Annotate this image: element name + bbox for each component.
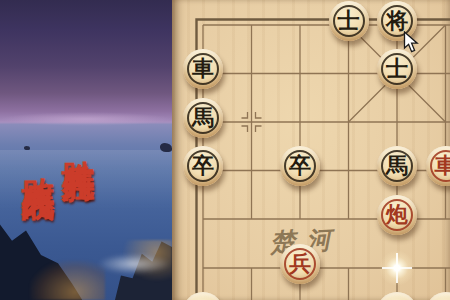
- islet: [24, 146, 30, 150]
- piece-character: 士: [386, 58, 408, 80]
- sea-mist: [98, 254, 170, 274]
- calligraphy-column-2: 败兵先战而: [21, 152, 54, 167]
- piece-character: 士: [338, 10, 360, 32]
- horizon-glow: [0, 112, 172, 126]
- piece-black-advisor[interactable]: 士: [377, 49, 417, 89]
- move-indicator-sparkle[interactable]: [378, 249, 416, 287]
- piece-character: 卒: [192, 155, 214, 177]
- piece-character: 車: [192, 58, 214, 80]
- scenic-side-panel: 胜兵先胜而 败兵先战而: [0, 0, 172, 300]
- rock-left-sunlit-glow: [30, 260, 105, 300]
- piece-red-soldier[interactable]: 兵: [280, 244, 320, 284]
- calligraphy-column-1: 胜兵先胜而: [61, 134, 94, 149]
- piece-black-advisor[interactable]: 士: [329, 1, 369, 41]
- piece-character: 炮: [386, 204, 408, 226]
- piece-character: 兵: [289, 253, 311, 275]
- piece-black-horse[interactable]: 馬: [183, 98, 223, 138]
- piece-character: 車: [435, 155, 450, 177]
- game-screenshot: 胜兵先胜而 败兵先战而: [0, 0, 450, 300]
- islet: [160, 143, 172, 152]
- piece-black-chariot[interactable]: 車: [183, 49, 223, 89]
- piece-red-cannon[interactable]: 炮: [377, 195, 417, 235]
- piece-character: 将: [386, 10, 408, 32]
- piece-character: 卒: [289, 155, 311, 177]
- mouse-cursor: [403, 31, 420, 54]
- piece-character: 馬: [386, 155, 408, 177]
- piece-character: 馬: [192, 107, 214, 129]
